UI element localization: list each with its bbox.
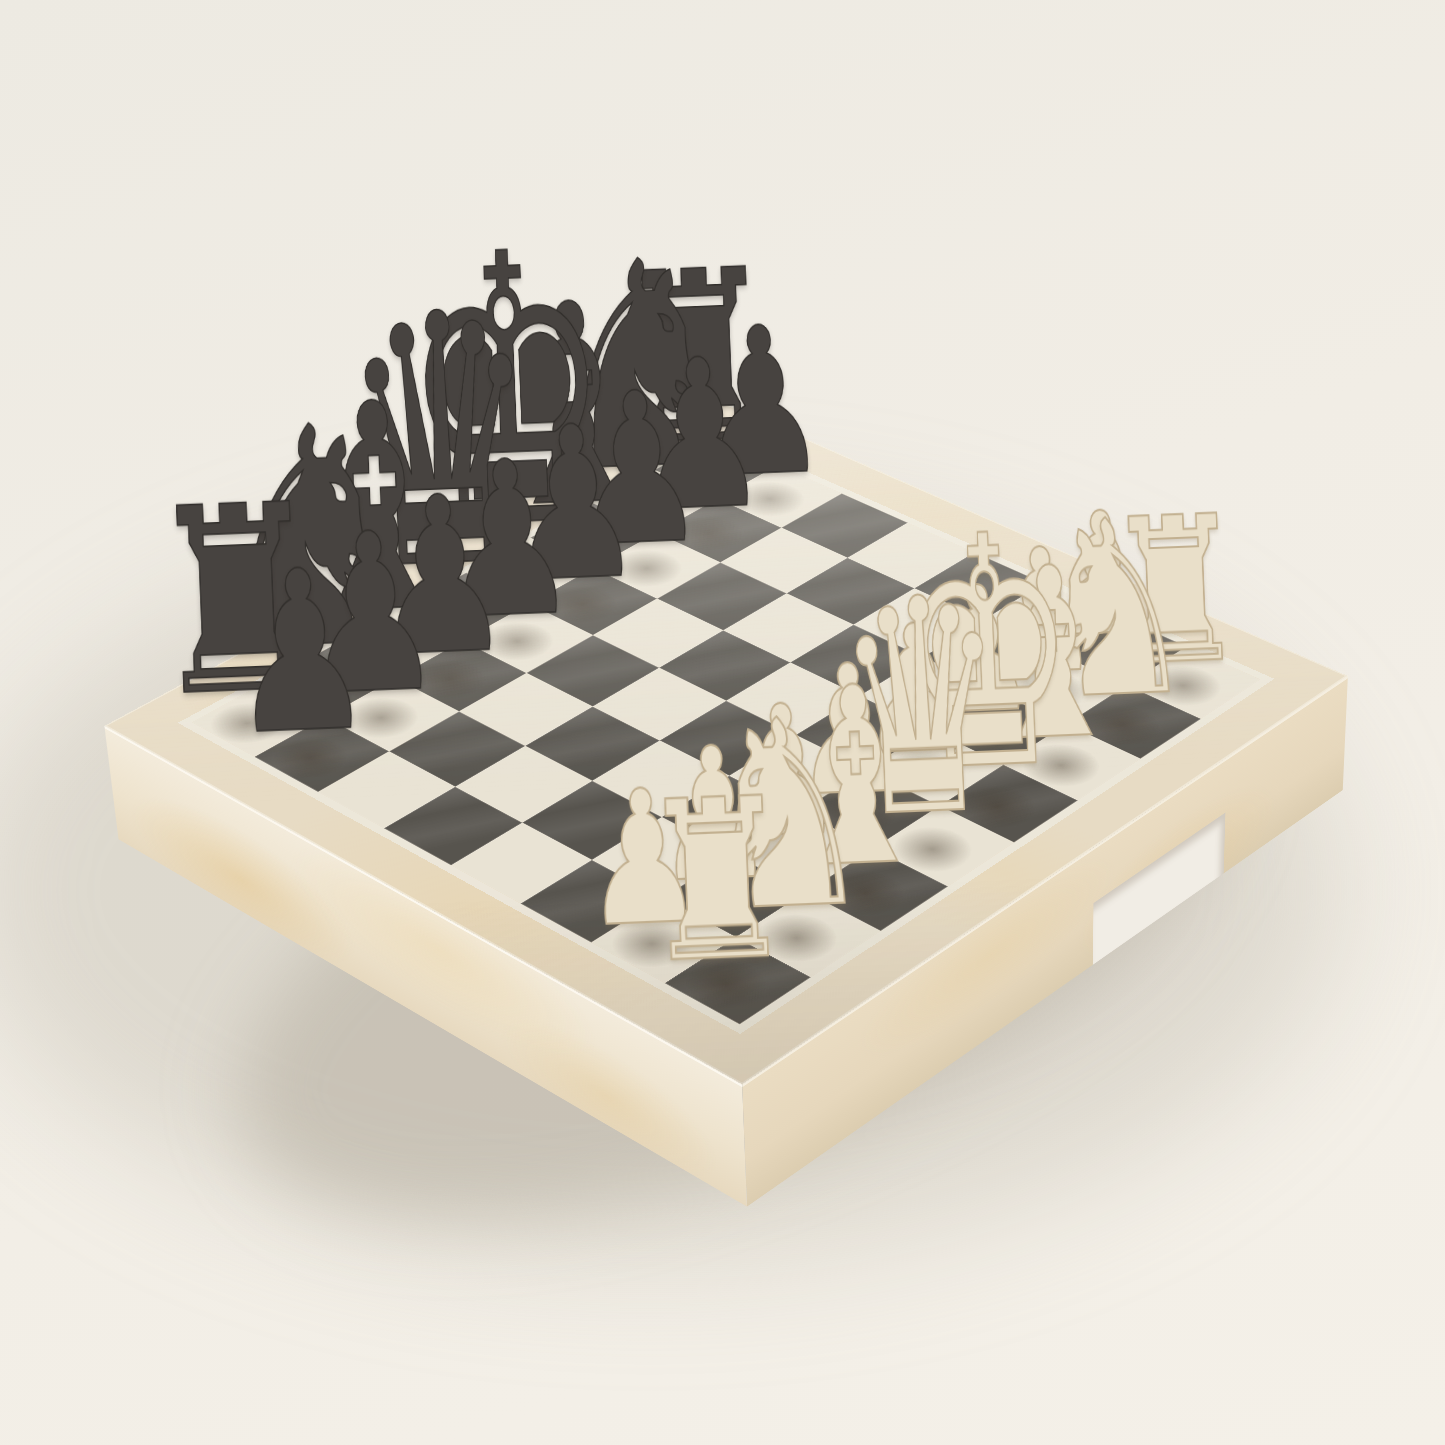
square-a7: ♟ (254, 716, 389, 791)
board-foot-notch (1092, 812, 1225, 964)
board-top: ♜♟♟♜♞♟♟♞♝♟♟♝♚♟♟♚♛♟♟♛♝♟♟♝♞♟♟♞♜♟♟♜ (104, 398, 1348, 1084)
chess-board: ♜♟♟♜♞♟♟♞♝♟♟♝♚♟♟♚♛♟♟♛♝♟♟♝♞♟♟♞♜♟♟♜ (104, 398, 1348, 1084)
perspective-stage: ♜♟♟♜♞♟♟♞♝♟♟♝♚♟♟♚♛♟♟♛♝♟♟♝♞♟♟♞♜♟♟♜ (0, 0, 1445, 1445)
piece-white-rook: ♜ (634, 767, 797, 993)
piece-black-pawn: ♟ (224, 539, 376, 766)
camera-tilt: ♜♟♟♜♞♟♟♞♝♟♟♝♚♟♟♚♛♟♟♛♝♟♟♝♞♟♟♞♜♟♟♜ (0, 0, 1445, 1445)
square-a1: ♜ (664, 936, 811, 1024)
photo-background: ♜♟♟♜♞♟♟♞♝♟♟♝♚♟♟♚♛♟♟♛♝♟♟♝♞♟♟♞♜♟♟♜ (0, 0, 1445, 1445)
